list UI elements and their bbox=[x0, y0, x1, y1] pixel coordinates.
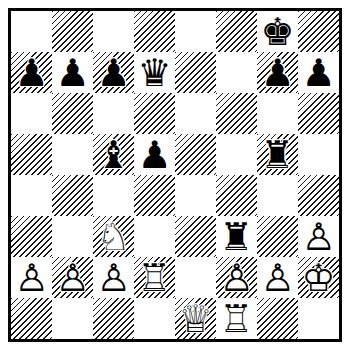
white-pawn-piece: ♟♙ bbox=[52, 257, 93, 298]
black-piece-glyph: ♚ bbox=[257, 11, 298, 52]
square-e8[interactable] bbox=[175, 11, 216, 52]
square-f4[interactable] bbox=[216, 175, 257, 216]
square-a5[interactable] bbox=[11, 134, 52, 175]
square-c2[interactable]: ♟♙ bbox=[93, 257, 134, 298]
black-piece-glyph: ♜ bbox=[216, 216, 257, 257]
square-g4[interactable] bbox=[257, 175, 298, 216]
black-piece-glyph: ♟ bbox=[11, 52, 52, 93]
square-e4[interactable] bbox=[175, 175, 216, 216]
square-b2[interactable]: ♟♙ bbox=[52, 257, 93, 298]
square-f2[interactable]: ♟♙ bbox=[216, 257, 257, 298]
square-h8[interactable] bbox=[298, 11, 339, 52]
square-h7[interactable]: ♟ bbox=[298, 52, 339, 93]
square-e1[interactable]: ♛♕ bbox=[175, 298, 216, 339]
square-d4[interactable] bbox=[134, 175, 175, 216]
square-g8[interactable]: ♚ bbox=[257, 11, 298, 52]
square-h5[interactable] bbox=[298, 134, 339, 175]
square-f5[interactable] bbox=[216, 134, 257, 175]
white-king-piece: ♚♔ bbox=[298, 257, 339, 298]
white-knight-piece: ♞♘ bbox=[93, 216, 134, 257]
square-d6[interactable] bbox=[134, 93, 175, 134]
square-g7[interactable]: ♟ bbox=[257, 52, 298, 93]
square-g1[interactable] bbox=[257, 298, 298, 339]
square-h4[interactable] bbox=[298, 175, 339, 216]
square-c4[interactable] bbox=[93, 175, 134, 216]
square-d8[interactable] bbox=[134, 11, 175, 52]
white-piece-outline: ♙ bbox=[298, 216, 339, 257]
square-b7[interactable]: ♟ bbox=[52, 52, 93, 93]
square-g2[interactable]: ♟♙ bbox=[257, 257, 298, 298]
black-pawn-piece: ♟ bbox=[52, 52, 93, 93]
white-rook-piece: ♜♖ bbox=[134, 257, 175, 298]
white-piece-outline: ♙ bbox=[257, 257, 298, 298]
white-pawn-piece: ♟♙ bbox=[216, 257, 257, 298]
white-piece-outline: ♘ bbox=[93, 216, 134, 257]
black-piece-glyph: ♟ bbox=[257, 52, 298, 93]
black-rook-piece: ♜ bbox=[216, 216, 257, 257]
square-g6[interactable] bbox=[257, 93, 298, 134]
chess-diagram: ♚♟♟♟♛♟♟♝♟♜♞♘♜♟♙♟♙♟♙♟♙♜♖♟♙♟♙♚♔♛♕♜♖ bbox=[0, 0, 350, 350]
black-piece-glyph: ♛ bbox=[134, 52, 175, 93]
square-g3[interactable] bbox=[257, 216, 298, 257]
white-piece-outline: ♙ bbox=[11, 257, 52, 298]
square-a6[interactable] bbox=[11, 93, 52, 134]
square-f7[interactable] bbox=[216, 52, 257, 93]
white-pawn-piece: ♟♙ bbox=[257, 257, 298, 298]
square-f1[interactable]: ♜♖ bbox=[216, 298, 257, 339]
square-d3[interactable] bbox=[134, 216, 175, 257]
square-g5[interactable]: ♜ bbox=[257, 134, 298, 175]
square-b5[interactable] bbox=[52, 134, 93, 175]
white-rook-piece: ♜♖ bbox=[216, 298, 257, 339]
chess-board: ♚♟♟♟♛♟♟♝♟♜♞♘♜♟♙♟♙♟♙♟♙♜♖♟♙♟♙♚♔♛♕♜♖ bbox=[11, 11, 339, 339]
white-piece-outline: ♕ bbox=[175, 298, 216, 339]
black-bishop-piece: ♝ bbox=[93, 134, 134, 175]
square-d2[interactable]: ♜♖ bbox=[134, 257, 175, 298]
square-e7[interactable] bbox=[175, 52, 216, 93]
square-d1[interactable] bbox=[134, 298, 175, 339]
square-d5[interactable]: ♟ bbox=[134, 134, 175, 175]
black-pawn-piece: ♟ bbox=[134, 134, 175, 175]
black-pawn-piece: ♟ bbox=[11, 52, 52, 93]
square-c5[interactable]: ♝ bbox=[93, 134, 134, 175]
square-e5[interactable] bbox=[175, 134, 216, 175]
square-c1[interactable] bbox=[93, 298, 134, 339]
white-pawn-piece: ♟♙ bbox=[298, 216, 339, 257]
square-c3[interactable]: ♞♘ bbox=[93, 216, 134, 257]
square-b1[interactable] bbox=[52, 298, 93, 339]
square-b8[interactable] bbox=[52, 11, 93, 52]
square-a2[interactable]: ♟♙ bbox=[11, 257, 52, 298]
square-f8[interactable] bbox=[216, 11, 257, 52]
square-f3[interactable]: ♜ bbox=[216, 216, 257, 257]
white-piece-outline: ♖ bbox=[134, 257, 175, 298]
white-piece-outline: ♙ bbox=[93, 257, 134, 298]
square-e3[interactable] bbox=[175, 216, 216, 257]
square-a3[interactable] bbox=[11, 216, 52, 257]
black-piece-glyph: ♝ bbox=[93, 134, 134, 175]
black-piece-glyph: ♜ bbox=[257, 134, 298, 175]
black-pawn-piece: ♟ bbox=[93, 52, 134, 93]
square-h3[interactable]: ♟♙ bbox=[298, 216, 339, 257]
square-f6[interactable] bbox=[216, 93, 257, 134]
black-piece-glyph: ♟ bbox=[134, 134, 175, 175]
square-c8[interactable] bbox=[93, 11, 134, 52]
white-pawn-piece: ♟♙ bbox=[93, 257, 134, 298]
square-b6[interactable] bbox=[52, 93, 93, 134]
square-h6[interactable] bbox=[298, 93, 339, 134]
black-piece-glyph: ♟ bbox=[93, 52, 134, 93]
white-queen-piece: ♛♕ bbox=[175, 298, 216, 339]
square-d7[interactable]: ♛ bbox=[134, 52, 175, 93]
square-b4[interactable] bbox=[52, 175, 93, 216]
square-b3[interactable] bbox=[52, 216, 93, 257]
white-piece-outline: ♙ bbox=[52, 257, 93, 298]
square-h1[interactable] bbox=[298, 298, 339, 339]
board-frame: ♚♟♟♟♛♟♟♝♟♜♞♘♜♟♙♟♙♟♙♟♙♜♖♟♙♟♙♚♔♛♕♜♖ bbox=[8, 8, 342, 342]
white-piece-outline: ♔ bbox=[298, 257, 339, 298]
square-a8[interactable] bbox=[11, 11, 52, 52]
white-pawn-piece: ♟♙ bbox=[11, 257, 52, 298]
black-queen-piece: ♛ bbox=[134, 52, 175, 93]
square-a4[interactable] bbox=[11, 175, 52, 216]
square-c6[interactable] bbox=[93, 93, 134, 134]
square-a7[interactable]: ♟ bbox=[11, 52, 52, 93]
black-king-piece: ♚ bbox=[257, 11, 298, 52]
black-pawn-piece: ♟ bbox=[298, 52, 339, 93]
black-rook-piece: ♜ bbox=[257, 134, 298, 175]
square-a1[interactable] bbox=[11, 298, 52, 339]
square-e6[interactable] bbox=[175, 93, 216, 134]
white-piece-outline: ♙ bbox=[216, 257, 257, 298]
square-e2[interactable] bbox=[175, 257, 216, 298]
square-h2[interactable]: ♚♔ bbox=[298, 257, 339, 298]
black-piece-glyph: ♟ bbox=[52, 52, 93, 93]
white-piece-outline: ♖ bbox=[216, 298, 257, 339]
black-pawn-piece: ♟ bbox=[257, 52, 298, 93]
square-c7[interactable]: ♟ bbox=[93, 52, 134, 93]
black-piece-glyph: ♟ bbox=[298, 52, 339, 93]
